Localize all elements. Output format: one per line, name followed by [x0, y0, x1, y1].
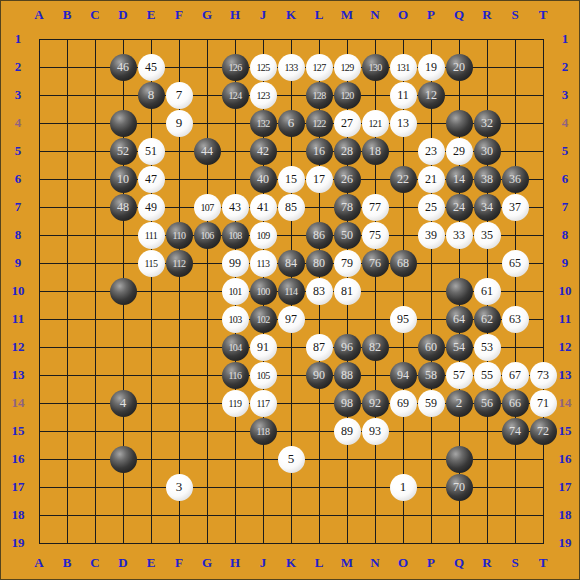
stone-white-K11-move-97: 97 — [278, 306, 305, 333]
stone-black-N9-move-76: 76 — [362, 250, 389, 277]
stone-white-E7-move-49: 49 — [138, 194, 165, 221]
stone-black-R14-move-56: 56 — [474, 390, 501, 417]
row-label-left-18: 18 — [4, 507, 32, 523]
stone-white-N4-move-121: 121 — [362, 110, 389, 137]
stone-black-Q12-move-54: 54 — [446, 334, 473, 361]
stone-black-O13-move-94: 94 — [390, 362, 417, 389]
stone-white-G7-move-107: 107 — [194, 194, 221, 221]
col-label-top-J: J — [249, 7, 277, 23]
stone-black-R4-move-32: 32 — [474, 110, 501, 137]
stone-black-P12-move-60: 60 — [418, 334, 445, 361]
col-label-top-L: L — [305, 7, 333, 23]
stone-white-N15-move-93: 93 — [362, 418, 389, 445]
row-label-left-6: 6 — [4, 171, 32, 187]
stone-black-Q11-move-64: 64 — [446, 306, 473, 333]
stone-black-M3-move-120: 120 — [334, 82, 361, 109]
row-label-left-7: 7 — [4, 199, 32, 215]
grid-line — [515, 39, 516, 544]
stone-black-P3-move-12: 12 — [418, 82, 445, 109]
grid-line — [39, 543, 544, 544]
stone-black-S6-move-36: 36 — [502, 166, 529, 193]
stone-white-S11-move-63: 63 — [502, 306, 529, 333]
col-label-bottom-P: P — [417, 555, 445, 571]
col-label-top-D: D — [109, 7, 137, 23]
stone-white-J14-move-117: 117 — [250, 390, 277, 417]
col-label-bottom-E: E — [137, 555, 165, 571]
col-label-bottom-T: T — [529, 555, 557, 571]
stone-black-H3-move-124: 124 — [222, 82, 249, 109]
stone-white-P7-move-25: 25 — [418, 194, 445, 221]
stone-white-M15-move-89: 89 — [334, 418, 361, 445]
stone-white-M10-move-81: 81 — [334, 278, 361, 305]
stone-white-L10-move-83: 83 — [306, 278, 333, 305]
stone-black-L9-move-80: 80 — [306, 250, 333, 277]
stone-white-J13-move-105: 105 — [250, 362, 277, 389]
stone-black-D16-handicap — [110, 446, 137, 473]
stone-white-J3-move-123: 123 — [250, 82, 277, 109]
col-label-top-C: C — [81, 7, 109, 23]
stone-white-H9-move-99: 99 — [222, 250, 249, 277]
row-label-right-10: 10 — [551, 283, 579, 299]
stone-black-J6-move-40: 40 — [250, 166, 277, 193]
grid-line — [543, 39, 544, 544]
row-label-right-3: 3 — [551, 87, 579, 103]
stone-white-R12-move-53: 53 — [474, 334, 501, 361]
stone-white-P6-move-21: 21 — [418, 166, 445, 193]
stone-black-H2-move-126: 126 — [222, 54, 249, 81]
stone-white-T13-move-73: 73 — [530, 362, 557, 389]
stone-black-G5-move-44: 44 — [194, 138, 221, 165]
row-label-right-1: 1 — [551, 31, 579, 47]
stone-white-M2-move-129: 129 — [334, 54, 361, 81]
col-label-top-H: H — [221, 7, 249, 23]
col-label-top-E: E — [137, 7, 165, 23]
row-label-right-9: 9 — [551, 255, 579, 271]
stone-white-E9-move-115: 115 — [138, 250, 165, 277]
stone-black-D7-move-48: 48 — [110, 194, 137, 221]
stone-white-P2-move-19: 19 — [418, 54, 445, 81]
stone-white-L2-move-127: 127 — [306, 54, 333, 81]
stone-black-J11-move-102: 102 — [250, 306, 277, 333]
stone-white-L6-move-17: 17 — [306, 166, 333, 193]
stone-black-J15-move-118: 118 — [250, 418, 277, 445]
grid-line — [39, 515, 544, 516]
row-label-right-11: 11 — [551, 311, 579, 327]
stone-black-T15-move-72: 72 — [530, 418, 557, 445]
stone-black-Q2-move-20: 20 — [446, 54, 473, 81]
col-label-top-K: K — [277, 7, 305, 23]
stone-white-L12-move-87: 87 — [306, 334, 333, 361]
row-label-right-8: 8 — [551, 227, 579, 243]
stone-white-E2-move-45: 45 — [138, 54, 165, 81]
col-label-bottom-N: N — [361, 555, 389, 571]
col-label-bottom-G: G — [193, 555, 221, 571]
row-label-left-17: 17 — [4, 479, 32, 495]
row-label-right-5: 5 — [551, 143, 579, 159]
stone-white-O17-move-1: 1 — [390, 474, 417, 501]
stone-black-M7-move-78: 78 — [334, 194, 361, 221]
go-board[interactable]: ABCDEFGHJKLMNOPQRST ABCDEFGHJKLMNOPQRST … — [0, 0, 580, 580]
stone-black-D5-move-52: 52 — [110, 138, 137, 165]
col-label-top-O: O — [389, 7, 417, 23]
stone-white-S7-move-37: 37 — [502, 194, 529, 221]
stone-black-J5-move-42: 42 — [250, 138, 277, 165]
row-label-left-12: 12 — [4, 339, 32, 355]
stone-black-D6-move-10: 10 — [110, 166, 137, 193]
stone-black-Q14-move-2: 2 — [446, 390, 473, 417]
col-label-bottom-L: L — [305, 555, 333, 571]
grid-line — [39, 431, 544, 432]
col-label-bottom-R: R — [473, 555, 501, 571]
stone-black-H13-move-116: 116 — [222, 362, 249, 389]
row-label-left-5: 5 — [4, 143, 32, 159]
stone-white-F17-move-3: 3 — [166, 474, 193, 501]
col-label-bottom-H: H — [221, 555, 249, 571]
col-label-bottom-M: M — [333, 555, 361, 571]
stone-white-O14-move-69: 69 — [390, 390, 417, 417]
stone-black-O9-move-68: 68 — [390, 250, 417, 277]
stone-black-G8-move-106: 106 — [194, 222, 221, 249]
stone-white-H10-move-101: 101 — [222, 278, 249, 305]
col-label-top-P: P — [417, 7, 445, 23]
grid-line — [431, 39, 432, 544]
row-label-left-9: 9 — [4, 255, 32, 271]
col-label-bottom-O: O — [389, 555, 417, 571]
stone-black-L13-move-90: 90 — [306, 362, 333, 389]
stone-white-K7-move-85: 85 — [278, 194, 305, 221]
row-label-left-15: 15 — [4, 423, 32, 439]
stone-white-S13-move-67: 67 — [502, 362, 529, 389]
stone-black-K4-move-6: 6 — [278, 110, 305, 137]
stone-black-S14-move-66: 66 — [502, 390, 529, 417]
stone-black-M14-move-98: 98 — [334, 390, 361, 417]
row-label-right-19: 19 — [551, 535, 579, 551]
col-label-top-S: S — [501, 7, 529, 23]
stone-white-Q13-move-57: 57 — [446, 362, 473, 389]
stone-white-R10-move-61: 61 — [474, 278, 501, 305]
col-label-top-N: N — [361, 7, 389, 23]
row-label-right-2: 2 — [551, 59, 579, 75]
stone-black-F8-move-110: 110 — [166, 222, 193, 249]
stone-white-K6-move-15: 15 — [278, 166, 305, 193]
row-label-right-18: 18 — [551, 507, 579, 523]
stone-white-E5-move-51: 51 — [138, 138, 165, 165]
row-label-right-16: 16 — [551, 451, 579, 467]
stone-white-M9-move-79: 79 — [334, 250, 361, 277]
row-label-left-14: 14 — [4, 395, 32, 411]
stone-black-L5-move-16: 16 — [306, 138, 333, 165]
stone-white-J8-move-109: 109 — [250, 222, 277, 249]
stone-black-N5-move-18: 18 — [362, 138, 389, 165]
row-label-right-7: 7 — [551, 199, 579, 215]
stone-black-Q7-move-24: 24 — [446, 194, 473, 221]
row-label-left-8: 8 — [4, 227, 32, 243]
col-label-top-A: A — [25, 7, 53, 23]
row-label-right-6: 6 — [551, 171, 579, 187]
col-label-top-B: B — [53, 7, 81, 23]
stone-white-K16-move-5: 5 — [278, 446, 305, 473]
stone-white-J9-move-113: 113 — [250, 250, 277, 277]
stone-white-J12-move-91: 91 — [250, 334, 277, 361]
col-label-top-Q: Q — [445, 7, 473, 23]
row-label-left-4: 4 — [4, 115, 32, 131]
stone-white-E8-move-111: 111 — [138, 222, 165, 249]
stone-black-Q17-move-70: 70 — [446, 474, 473, 501]
row-label-left-1: 1 — [4, 31, 32, 47]
col-label-bottom-S: S — [501, 555, 529, 571]
stone-white-R13-move-55: 55 — [474, 362, 501, 389]
row-label-left-13: 13 — [4, 367, 32, 383]
stone-black-M12-move-96: 96 — [334, 334, 361, 361]
stone-white-O2-move-131: 131 — [390, 54, 417, 81]
stone-black-Q4-handicap — [446, 110, 473, 137]
stone-black-D2-move-46: 46 — [110, 54, 137, 81]
stone-black-D4-handicap — [110, 110, 137, 137]
row-label-right-4: 4 — [551, 115, 579, 131]
row-label-right-12: 12 — [551, 339, 579, 355]
stone-white-Q5-move-29: 29 — [446, 138, 473, 165]
col-label-top-R: R — [473, 7, 501, 23]
col-label-bottom-D: D — [109, 555, 137, 571]
stone-black-E3-move-8: 8 — [138, 82, 165, 109]
col-label-bottom-B: B — [53, 555, 81, 571]
stone-black-Q10-handicap — [446, 278, 473, 305]
stone-black-M8-move-50: 50 — [334, 222, 361, 249]
stone-black-J10-move-100: 100 — [250, 278, 277, 305]
stone-white-Q8-move-33: 33 — [446, 222, 473, 249]
stone-white-P14-move-59: 59 — [418, 390, 445, 417]
stone-black-J4-move-132: 132 — [250, 110, 277, 137]
stone-black-Q16-handicap — [446, 446, 473, 473]
col-label-bottom-Q: Q — [445, 555, 473, 571]
stone-black-L4-move-122: 122 — [306, 110, 333, 137]
stone-black-H12-move-104: 104 — [222, 334, 249, 361]
row-label-right-17: 17 — [551, 479, 579, 495]
stone-black-L8-move-86: 86 — [306, 222, 333, 249]
stone-black-N14-move-92: 92 — [362, 390, 389, 417]
stone-black-R5-move-30: 30 — [474, 138, 501, 165]
row-label-left-10: 10 — [4, 283, 32, 299]
stone-white-O4-move-13: 13 — [390, 110, 417, 137]
stone-white-O11-move-95: 95 — [390, 306, 417, 333]
row-label-left-3: 3 — [4, 87, 32, 103]
stone-white-M4-move-27: 27 — [334, 110, 361, 137]
stone-white-F3-move-7: 7 — [166, 82, 193, 109]
stone-black-P13-move-58: 58 — [418, 362, 445, 389]
stone-black-R11-move-62: 62 — [474, 306, 501, 333]
col-label-bottom-C: C — [81, 555, 109, 571]
row-label-left-19: 19 — [4, 535, 32, 551]
stone-black-D14-move-4: 4 — [110, 390, 137, 417]
stone-white-P5-move-23: 23 — [418, 138, 445, 165]
col-label-bottom-A: A — [25, 555, 53, 571]
stone-black-M13-move-88: 88 — [334, 362, 361, 389]
col-label-top-F: F — [165, 7, 193, 23]
stone-white-J7-move-41: 41 — [250, 194, 277, 221]
stone-white-S9-move-65: 65 — [502, 250, 529, 277]
stone-black-L3-move-128: 128 — [306, 82, 333, 109]
col-label-top-G: G — [193, 7, 221, 23]
row-label-left-11: 11 — [4, 311, 32, 327]
stone-white-N8-move-75: 75 — [362, 222, 389, 249]
stone-black-F9-move-112: 112 — [166, 250, 193, 277]
stone-white-O3-move-11: 11 — [390, 82, 417, 109]
stone-black-K9-move-84: 84 — [278, 250, 305, 277]
stone-white-K2-move-133: 133 — [278, 54, 305, 81]
stone-black-O6-move-22: 22 — [390, 166, 417, 193]
stone-black-R6-move-38: 38 — [474, 166, 501, 193]
stone-white-E6-move-47: 47 — [138, 166, 165, 193]
stone-white-F4-move-9: 9 — [166, 110, 193, 137]
stone-black-N12-move-82: 82 — [362, 334, 389, 361]
stone-white-N7-move-77: 77 — [362, 194, 389, 221]
stone-black-Q6-move-14: 14 — [446, 166, 473, 193]
col-label-top-T: T — [529, 7, 557, 23]
col-label-bottom-K: K — [277, 555, 305, 571]
col-label-top-M: M — [333, 7, 361, 23]
row-label-left-2: 2 — [4, 59, 32, 75]
col-label-bottom-J: J — [249, 555, 277, 571]
stone-white-H7-move-43: 43 — [222, 194, 249, 221]
stone-black-N2-move-130: 130 — [362, 54, 389, 81]
stone-white-R8-move-35: 35 — [474, 222, 501, 249]
stone-black-R7-move-34: 34 — [474, 194, 501, 221]
stone-white-H11-move-103: 103 — [222, 306, 249, 333]
stone-black-M6-move-26: 26 — [334, 166, 361, 193]
stone-black-D10-handicap — [110, 278, 137, 305]
stone-black-H8-move-108: 108 — [222, 222, 249, 249]
col-label-bottom-F: F — [165, 555, 193, 571]
row-label-left-16: 16 — [4, 451, 32, 467]
stone-white-J2-move-125: 125 — [250, 54, 277, 81]
stone-white-T14-move-71: 71 — [530, 390, 557, 417]
stone-white-P8-move-39: 39 — [418, 222, 445, 249]
stone-black-S15-move-74: 74 — [502, 418, 529, 445]
stone-black-M5-move-28: 28 — [334, 138, 361, 165]
stone-white-H14-move-119: 119 — [222, 390, 249, 417]
stone-black-K10-move-114: 114 — [278, 278, 305, 305]
